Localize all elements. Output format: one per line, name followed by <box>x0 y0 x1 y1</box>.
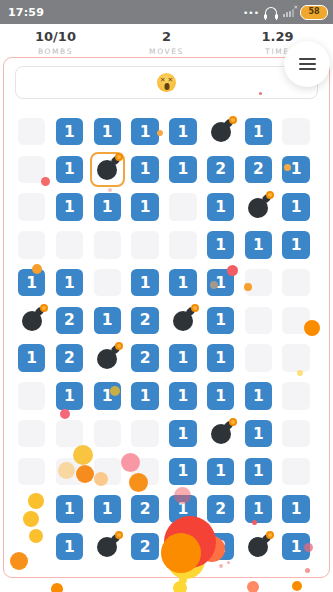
cell-r10c8[interactable] <box>282 458 309 485</box>
cell-r5c6[interactable]: 1 <box>207 269 234 296</box>
cell-r10c2[interactable] <box>56 458 83 485</box>
hamburger-icon <box>299 58 316 60</box>
cell-r11c4[interactable]: 2 <box>131 495 158 522</box>
cell-r11c6[interactable]: 2 <box>207 495 234 522</box>
cell-r1c8[interactable] <box>282 118 309 145</box>
cell-r2c3[interactable] <box>94 156 121 183</box>
emoji-mouth <box>164 83 169 90</box>
bomb-icon <box>97 349 117 369</box>
cell-r8c6[interactable]: 1 <box>207 382 234 409</box>
confetti-dot <box>292 581 302 591</box>
stat-bombs: 10/10 BOMBS <box>0 24 111 57</box>
confetti-dot <box>247 581 259 592</box>
cell-r11c5[interactable]: 1 <box>169 495 196 522</box>
cell-r7c5[interactable]: 1 <box>169 344 196 371</box>
cell-r2c6[interactable]: 2 <box>207 156 234 183</box>
emoji-eye: ✕ <box>168 77 173 84</box>
cell-r10c4[interactable] <box>131 458 158 485</box>
status-bar: 17:59 ••• ✕ 58 <box>0 0 333 24</box>
dizzy-face-emoji: ✕ ✕ <box>157 73 176 92</box>
cell-r10c3[interactable] <box>94 458 121 485</box>
cell-r11c7[interactable]: 1 <box>245 495 272 522</box>
cell-r12c3[interactable] <box>94 533 121 560</box>
cell-r8c4[interactable]: 1 <box>131 382 158 409</box>
emoji-eye: ✕ <box>160 77 165 84</box>
cell-r10c6[interactable]: 1 <box>207 458 234 485</box>
bomb-icon <box>97 160 117 180</box>
cell-r6c3[interactable]: 1 <box>94 307 121 334</box>
status-icons: ••• ✕ 58 <box>243 5 328 20</box>
headset-icon <box>264 7 278 18</box>
cell-r3c7[interactable] <box>245 193 272 220</box>
bomb-icon <box>173 311 193 331</box>
more-dots-icon: ••• <box>243 9 259 18</box>
cell-r3c1[interactable] <box>18 193 45 220</box>
cell-r6c1[interactable] <box>18 307 45 334</box>
cell-r7c4[interactable]: 2 <box>131 344 158 371</box>
cell-r2c8[interactable]: 1 <box>282 156 309 183</box>
cell-r2c5[interactable]: 1 <box>169 156 196 183</box>
cell-r11c2[interactable]: 1 <box>56 495 83 522</box>
cell-r10c1[interactable] <box>18 458 45 485</box>
bomb-icon <box>211 424 231 444</box>
app-screen: 17:59 ••• ✕ 58 10/10 BOMBS 2 MOVES 1.29 … <box>0 0 333 592</box>
cell-r12c6[interactable]: 2 <box>207 533 234 560</box>
cell-r4c6[interactable]: 1 <box>207 231 234 258</box>
cell-r6c4[interactable]: 2 <box>131 307 158 334</box>
cell-r5c4[interactable]: 1 <box>131 269 158 296</box>
cell-r7c7[interactable] <box>245 344 272 371</box>
battery-percent: 58 <box>308 8 319 16</box>
bomb-icon <box>248 198 268 218</box>
cell-r9c6[interactable] <box>207 420 234 447</box>
menu-button[interactable] <box>284 41 330 87</box>
cell-r9c1[interactable] <box>18 420 45 447</box>
cell-r2c2[interactable]: 1 <box>56 156 83 183</box>
cell-r5c3[interactable] <box>94 269 121 296</box>
cell-r1c7[interactable]: 1 <box>245 118 272 145</box>
moves-value: 2 <box>111 30 222 44</box>
cell-r3c8[interactable]: 1 <box>282 193 309 220</box>
cell-r2c4[interactable]: 1 <box>131 156 158 183</box>
cell-r1c4[interactable]: 1 <box>131 118 158 145</box>
cell-r8c2[interactable]: 1 <box>56 382 83 409</box>
cell-r4c3[interactable] <box>94 231 121 258</box>
cell-r3c3[interactable]: 1 <box>94 193 121 220</box>
cell-r2c7[interactable]: 2 <box>245 156 272 183</box>
cell-r3c5[interactable] <box>169 193 196 220</box>
cell-r7c8[interactable] <box>282 344 309 371</box>
cell-r1c3[interactable]: 1 <box>94 118 121 145</box>
cell-r7c6[interactable]: 1 <box>207 344 234 371</box>
cell-r5c5[interactable]: 1 <box>169 269 196 296</box>
bomb-icon <box>248 537 268 557</box>
cell-r3c6[interactable]: 1 <box>207 193 234 220</box>
cell-r11c8[interactable]: 1 <box>282 495 309 522</box>
bomb-icon <box>97 537 117 557</box>
cell-r12c8[interactable]: 1 <box>282 533 309 560</box>
minesweeper-grid: 1111111122111111111111112121122111111111… <box>18 118 310 560</box>
signal-icon: ✕ <box>283 7 294 17</box>
cell-r8c1[interactable] <box>18 382 45 409</box>
cell-r9c7[interactable]: 1 <box>245 420 272 447</box>
cell-r4c4[interactable] <box>131 231 158 258</box>
cell-r5c1[interactable]: 1 <box>18 269 45 296</box>
cell-r8c7[interactable]: 1 <box>245 382 272 409</box>
cell-r11c1 <box>18 495 45 522</box>
cell-r1c5[interactable]: 1 <box>169 118 196 145</box>
cell-r12c1 <box>18 533 45 560</box>
cell-r12c5 <box>169 533 196 560</box>
cell-r4c7[interactable]: 1 <box>245 231 272 258</box>
cell-r9c3[interactable] <box>94 420 121 447</box>
bomb-icon <box>211 122 231 142</box>
cell-r4c2[interactable] <box>56 231 83 258</box>
cell-r9c2[interactable] <box>56 420 83 447</box>
cell-r6c8[interactable] <box>282 307 309 334</box>
cell-r9c4[interactable] <box>131 420 158 447</box>
cell-r5c2[interactable]: 1 <box>56 269 83 296</box>
cell-r4c5[interactable] <box>169 231 196 258</box>
cell-r11c3[interactable]: 1 <box>94 495 121 522</box>
bombs-label: BOMBS <box>0 47 111 56</box>
cell-r4c8[interactable]: 1 <box>282 231 309 258</box>
cell-r1c1[interactable] <box>18 118 45 145</box>
cell-r3c4[interactable]: 1 <box>131 193 158 220</box>
battery-indicator: 58 <box>300 5 328 20</box>
cell-r1c2[interactable]: 1 <box>56 118 83 145</box>
stats-header: 10/10 BOMBS 2 MOVES 1.29 TIME <box>0 24 333 57</box>
cell-r12c4[interactable]: 2 <box>131 533 158 560</box>
confetti-dot <box>51 583 63 592</box>
emoji-status-bar[interactable]: ✕ ✕ <box>15 66 318 99</box>
cell-r1c6[interactable] <box>207 118 234 145</box>
cell-r10c7[interactable]: 1 <box>245 458 272 485</box>
cell-r9c5[interactable]: 1 <box>169 420 196 447</box>
cell-r8c3[interactable]: 1 <box>94 382 121 409</box>
cell-r7c1[interactable]: 1 <box>18 344 45 371</box>
cell-r10c5[interactable]: 1 <box>169 458 196 485</box>
stat-moves: 2 MOVES <box>111 24 222 57</box>
cell-r5c8[interactable] <box>282 269 309 296</box>
cell-r6c6[interactable]: 1 <box>207 307 234 334</box>
status-time: 17:59 <box>8 6 44 19</box>
cell-r8c8[interactable] <box>282 382 309 409</box>
cell-r5c7[interactable] <box>245 269 272 296</box>
cell-r8c5[interactable]: 1 <box>169 382 196 409</box>
cell-r12c2[interactable]: 1 <box>56 533 83 560</box>
bomb-icon <box>22 311 42 331</box>
cell-r6c2[interactable]: 2 <box>56 307 83 334</box>
cell-r6c7[interactable] <box>245 307 272 334</box>
cell-r7c2[interactable]: 2 <box>56 344 83 371</box>
confetti-dot <box>173 581 187 592</box>
cell-r12c7[interactable] <box>245 533 272 560</box>
moves-label: MOVES <box>111 47 222 56</box>
cell-r6c5[interactable] <box>169 307 196 334</box>
bombs-value: 10/10 <box>0 30 111 44</box>
cell-r7c3[interactable] <box>94 344 121 371</box>
cell-r9c8[interactable] <box>282 420 309 447</box>
cell-r2c1[interactable] <box>18 156 45 183</box>
cell-r4c1[interactable] <box>18 231 45 258</box>
cell-r3c2[interactable]: 1 <box>56 193 83 220</box>
